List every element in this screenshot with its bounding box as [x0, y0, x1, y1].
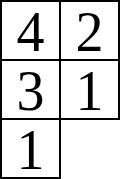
cell-r1c1: 4 [2, 2, 61, 61]
cell-r2c2: 1 [61, 61, 120, 120]
cell-r1c2: 2 [61, 2, 120, 61]
tableau-grid: 4 2 3 1 1 [0, 0, 120, 179]
cell-r3c1: 1 [2, 120, 61, 179]
puzzle-board: 4 2 3 1 1 [0, 0, 120, 179]
cell-r2c1: 3 [2, 61, 61, 120]
